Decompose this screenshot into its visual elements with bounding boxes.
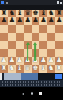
black-pawn: ♟ <box>8 17 16 25</box>
black-rook: ♜ <box>0 10 8 18</box>
white-pawn: ♟ <box>39 57 47 65</box>
square-d6[interactable] <box>24 25 32 33</box>
square-a6[interactable] <box>0 25 8 33</box>
square-c2[interactable]: ♟ <box>16 57 24 65</box>
white-queen: ♛ <box>24 65 32 73</box>
square-a4[interactable] <box>0 41 8 49</box>
square-d5[interactable] <box>24 33 32 41</box>
square-g2[interactable]: ♟ <box>47 57 55 65</box>
chess-board: ♜♞♝♛♚♝♞♜♟♟♟♟♟♟♟♟♟♟♟♟♟♟♟♟♜♞♝♛♚♝♞♜ <box>0 10 63 73</box>
white-pawn: ♟ <box>8 57 16 65</box>
square-e4[interactable] <box>32 41 40 49</box>
square-d8[interactable]: ♛ <box>24 10 32 18</box>
square-f3[interactable] <box>39 49 47 57</box>
white-pawn: ♟ <box>24 57 32 65</box>
notification-icon <box>1 1 4 4</box>
square-a1[interactable]: ♜ <box>0 65 8 73</box>
black-pawn: ♟ <box>32 17 40 25</box>
square-d3[interactable] <box>24 49 32 57</box>
square-b6[interactable] <box>8 25 16 33</box>
square-a3[interactable] <box>0 49 8 57</box>
square-b8[interactable]: ♞ <box>8 10 16 18</box>
white-pawn: ♟ <box>0 57 8 65</box>
white-bishop: ♝ <box>16 65 24 73</box>
square-f8[interactable]: ♝ <box>39 10 47 18</box>
square-a8[interactable]: ♜ <box>0 10 8 18</box>
white-pawn: ♟ <box>32 57 40 65</box>
square-a5[interactable] <box>0 33 8 41</box>
square-h1[interactable]: ♜ <box>55 65 63 73</box>
black-knight: ♞ <box>47 10 55 18</box>
square-f5[interactable] <box>39 33 47 41</box>
square-g8[interactable]: ♞ <box>47 10 55 18</box>
black-pawn: ♟ <box>47 17 55 25</box>
move-bar-spacer <box>38 73 55 81</box>
engine-analysis-bar <box>0 80 63 87</box>
square-g5[interactable] <box>47 33 55 41</box>
square-e5[interactable] <box>32 33 40 41</box>
square-e3[interactable] <box>32 49 40 57</box>
white-king: ♚ <box>32 65 40 73</box>
square-e8[interactable]: ♚ <box>32 10 40 18</box>
black-pawn: ♟ <box>55 17 63 25</box>
engine-analysis-text <box>2 84 61 85</box>
square-h6[interactable] <box>55 25 63 33</box>
nav-end-button[interactable] <box>59 74 62 80</box>
square-a7[interactable]: ♟ <box>0 17 8 25</box>
square-b4[interactable] <box>8 41 16 49</box>
black-bishop: ♝ <box>16 10 24 18</box>
square-h8[interactable]: ♜ <box>55 10 63 18</box>
square-h7[interactable]: ♟ <box>55 17 63 25</box>
square-e7[interactable]: ♟ <box>32 17 40 25</box>
back-icon[interactable] <box>22 93 24 95</box>
black-pawn: ♟ <box>24 17 32 25</box>
black-pawn: ♟ <box>0 17 8 25</box>
black-knight: ♞ <box>8 10 16 18</box>
notification-dot-icon <box>6 2 8 4</box>
square-c3[interactable] <box>16 49 24 57</box>
black-bishop: ♝ <box>39 10 47 18</box>
square-c8[interactable]: ♝ <box>16 10 24 18</box>
square-h3[interactable] <box>55 49 63 57</box>
square-h4[interactable] <box>55 41 63 49</box>
white-rook: ♜ <box>0 65 8 73</box>
square-f6[interactable] <box>39 25 47 33</box>
black-rook: ♜ <box>55 10 63 18</box>
square-f4[interactable] <box>39 41 47 49</box>
square-e6[interactable] <box>32 25 40 33</box>
square-e2[interactable]: ♟ <box>32 57 40 65</box>
chess-app-screen: ♜♞♝♛♚♝♞♜♟♟♟♟♟♟♟♟♟♟♟♟♟♟♟♟♜♞♝♛♚♝♞♜ <box>0 0 63 100</box>
white-pawn: ♟ <box>16 57 24 65</box>
square-e1[interactable]: ♚ <box>32 65 40 73</box>
recents-icon[interactable] <box>39 92 42 95</box>
nav-forward-button[interactable] <box>55 74 58 80</box>
square-b3[interactable] <box>8 49 16 57</box>
square-g4[interactable] <box>47 41 55 49</box>
square-b1[interactable]: ♞ <box>8 65 16 73</box>
white-pawn: ♟ <box>47 57 55 65</box>
square-c1[interactable]: ♝ <box>16 65 24 73</box>
white-bishop: ♝ <box>39 65 47 73</box>
square-a2[interactable]: ♟ <box>0 57 8 65</box>
clock-icon <box>60 2 62 4</box>
square-b7[interactable]: ♟ <box>8 17 16 25</box>
square-c4[interactable] <box>16 41 24 49</box>
square-c6[interactable] <box>16 25 24 33</box>
square-g6[interactable] <box>47 25 55 33</box>
square-d7[interactable]: ♟ <box>24 17 32 25</box>
square-d4[interactable] <box>24 41 32 49</box>
move-text-highlight <box>21 73 38 81</box>
battery-icon <box>57 1 59 4</box>
square-d1[interactable]: ♛ <box>24 65 32 73</box>
black-pawn: ♟ <box>39 17 47 25</box>
engine-analysis-text <box>2 81 61 82</box>
square-g1[interactable]: ♞ <box>47 65 55 73</box>
white-knight: ♞ <box>8 65 16 73</box>
square-g3[interactable] <box>47 49 55 57</box>
square-d2[interactable]: ♟ <box>24 57 32 65</box>
square-c5[interactable] <box>16 33 24 41</box>
black-pawn: ♟ <box>16 17 24 25</box>
android-navigation-bar <box>0 87 63 100</box>
square-h5[interactable] <box>55 33 63 41</box>
white-pawn: ♟ <box>55 57 63 65</box>
square-b2[interactable]: ♟ <box>8 57 16 65</box>
home-icon[interactable] <box>31 92 34 95</box>
square-f1[interactable]: ♝ <box>39 65 47 73</box>
square-h2[interactable]: ♟ <box>55 57 63 65</box>
square-b5[interactable] <box>8 33 16 41</box>
move-text <box>4 73 21 81</box>
square-c7[interactable]: ♟ <box>16 17 24 25</box>
square-g7[interactable]: ♟ <box>47 17 55 25</box>
square-f7[interactable]: ♟ <box>39 17 47 25</box>
square-f2[interactable]: ♟ <box>39 57 47 65</box>
move-list-bar <box>0 73 63 81</box>
black-king: ♚ <box>32 10 40 18</box>
white-rook: ♜ <box>55 65 63 73</box>
black-queen: ♛ <box>24 10 32 18</box>
white-knight: ♞ <box>47 65 55 73</box>
